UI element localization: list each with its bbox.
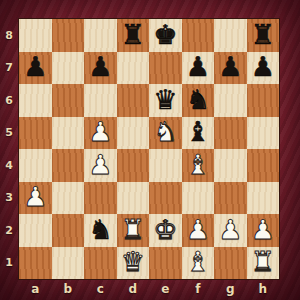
piece-white-pawn[interactable]: ♟ [251, 216, 275, 243]
file-label-c: c [84, 279, 117, 299]
square-h5[interactable] [247, 117, 280, 150]
piece-white-bishop[interactable]: ♝ [186, 151, 210, 178]
square-f5[interactable]: ♝ [182, 117, 215, 150]
file-label-a: a [19, 279, 52, 299]
file-label-d: d [117, 279, 150, 299]
piece-black-pawn[interactable]: ♟ [251, 53, 275, 80]
rank-label-3: 3 [0, 182, 18, 215]
square-g1[interactable] [214, 247, 247, 280]
square-g6[interactable] [214, 84, 247, 117]
square-h8[interactable]: ♜ [247, 19, 280, 52]
square-h1[interactable]: ♜ [247, 247, 280, 280]
square-a5[interactable] [19, 117, 52, 150]
rank-label-5: 5 [0, 117, 18, 150]
square-e6[interactable]: ♛ [149, 84, 182, 117]
square-a4[interactable] [19, 149, 52, 182]
chess-board: ♜♚♜♟♟♟♟♟♛♞♟♞♝♟♝♟♞♜♚♟♟♟♛♝♜ [18, 18, 280, 280]
square-d6[interactable] [117, 84, 150, 117]
square-b2[interactable] [52, 214, 85, 247]
square-d2[interactable]: ♜ [117, 214, 150, 247]
piece-black-pawn[interactable]: ♟ [23, 53, 47, 80]
square-f2[interactable]: ♟ [182, 214, 215, 247]
file-label-f: f [182, 279, 215, 299]
square-e4[interactable] [149, 149, 182, 182]
board-frame: ♜♚♜♟♟♟♟♟♛♞♟♞♝♟♝♟♞♜♚♟♟♟♛♝♜ 87654321 abcde… [0, 0, 300, 300]
square-e7[interactable] [149, 52, 182, 85]
file-label-e: e [149, 279, 182, 299]
square-d5[interactable] [117, 117, 150, 150]
square-f8[interactable] [182, 19, 215, 52]
piece-white-bishop[interactable]: ♝ [186, 248, 210, 275]
piece-white-rook[interactable]: ♜ [251, 248, 275, 275]
square-b5[interactable] [52, 117, 85, 150]
square-a1[interactable] [19, 247, 52, 280]
square-b8[interactable] [52, 19, 85, 52]
piece-black-king[interactable]: ♚ [153, 21, 177, 48]
rank-label-6: 6 [0, 84, 18, 117]
square-c1[interactable] [84, 247, 117, 280]
square-g7[interactable]: ♟ [214, 52, 247, 85]
square-e2[interactable]: ♚ [149, 214, 182, 247]
square-c7[interactable]: ♟ [84, 52, 117, 85]
square-f7[interactable]: ♟ [182, 52, 215, 85]
piece-white-knight[interactable]: ♞ [153, 118, 177, 145]
square-c5[interactable]: ♟ [84, 117, 117, 150]
square-d7[interactable] [117, 52, 150, 85]
square-h7[interactable]: ♟ [247, 52, 280, 85]
file-label-g: g [214, 279, 247, 299]
file-label-b: b [52, 279, 85, 299]
square-e1[interactable] [149, 247, 182, 280]
square-b1[interactable] [52, 247, 85, 280]
square-c3[interactable] [84, 182, 117, 215]
piece-white-king[interactable]: ♚ [153, 216, 177, 243]
rank-label-1: 1 [0, 247, 18, 280]
square-a8[interactable] [19, 19, 52, 52]
piece-black-pawn[interactable]: ♟ [186, 53, 210, 80]
square-b7[interactable] [52, 52, 85, 85]
piece-white-rook[interactable]: ♜ [121, 216, 145, 243]
square-c8[interactable] [84, 19, 117, 52]
file-label-h: h [247, 279, 280, 299]
square-d3[interactable] [117, 182, 150, 215]
piece-black-pawn[interactable]: ♟ [218, 53, 242, 80]
square-h3[interactable] [247, 182, 280, 215]
square-h6[interactable] [247, 84, 280, 117]
piece-white-pawn[interactable]: ♟ [218, 216, 242, 243]
piece-black-bishop[interactable]: ♝ [186, 118, 210, 145]
square-a2[interactable] [19, 214, 52, 247]
square-f4[interactable]: ♝ [182, 149, 215, 182]
piece-black-queen[interactable]: ♛ [153, 86, 177, 113]
square-a6[interactable] [19, 84, 52, 117]
square-d1[interactable]: ♛ [117, 247, 150, 280]
square-a3[interactable]: ♟ [19, 182, 52, 215]
square-g8[interactable] [214, 19, 247, 52]
piece-white-pawn[interactable]: ♟ [23, 183, 47, 210]
square-f6[interactable]: ♞ [182, 84, 215, 117]
piece-white-pawn[interactable]: ♟ [88, 151, 112, 178]
square-a7[interactable]: ♟ [19, 52, 52, 85]
piece-black-knight[interactable]: ♞ [186, 86, 210, 113]
square-b4[interactable] [52, 149, 85, 182]
square-c2[interactable]: ♞ [84, 214, 117, 247]
piece-black-rook[interactable]: ♜ [121, 21, 145, 48]
piece-black-knight[interactable]: ♞ [88, 216, 112, 243]
rank-label-4: 4 [0, 149, 18, 182]
piece-black-rook[interactable]: ♜ [251, 21, 275, 48]
square-h4[interactable] [247, 149, 280, 182]
square-b6[interactable] [52, 84, 85, 117]
square-b3[interactable] [52, 182, 85, 215]
square-g2[interactable]: ♟ [214, 214, 247, 247]
square-d4[interactable] [117, 149, 150, 182]
piece-white-pawn[interactable]: ♟ [186, 216, 210, 243]
square-e8[interactable]: ♚ [149, 19, 182, 52]
piece-white-pawn[interactable]: ♟ [88, 118, 112, 145]
square-e3[interactable] [149, 182, 182, 215]
square-e5[interactable]: ♞ [149, 117, 182, 150]
square-g5[interactable] [214, 117, 247, 150]
rank-label-7: 7 [0, 52, 18, 85]
square-g3[interactable] [214, 182, 247, 215]
square-c4[interactable]: ♟ [84, 149, 117, 182]
rank-label-8: 8 [0, 19, 18, 52]
square-d8[interactable]: ♜ [117, 19, 150, 52]
square-h2[interactable]: ♟ [247, 214, 280, 247]
piece-white-queen[interactable]: ♛ [121, 248, 145, 275]
square-f3[interactable] [182, 182, 215, 215]
square-f1[interactable]: ♝ [182, 247, 215, 280]
piece-black-pawn[interactable]: ♟ [88, 53, 112, 80]
square-g4[interactable] [214, 149, 247, 182]
rank-label-2: 2 [0, 214, 18, 247]
square-c6[interactable] [84, 84, 117, 117]
